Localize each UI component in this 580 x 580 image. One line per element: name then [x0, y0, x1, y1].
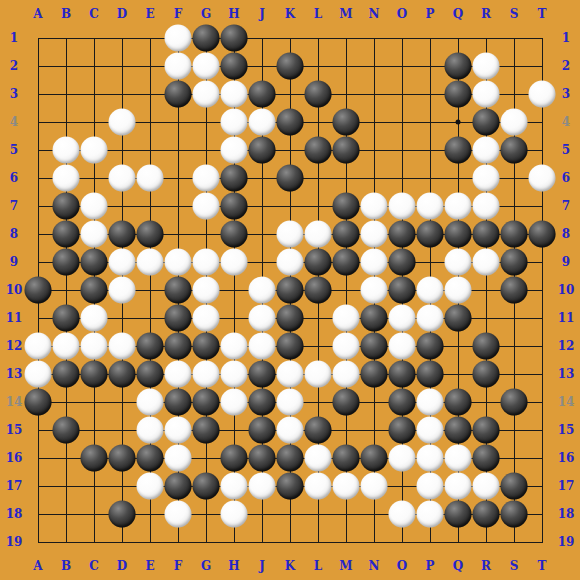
point-N17[interactable]	[360, 472, 388, 500]
point-F13[interactable]	[164, 360, 192, 388]
point-E5[interactable]	[136, 136, 164, 164]
point-B16[interactable]	[52, 444, 80, 472]
point-C7[interactable]	[80, 192, 108, 220]
point-T15[interactable]	[528, 416, 556, 444]
point-K18[interactable]	[276, 500, 304, 528]
point-H2[interactable]	[220, 52, 248, 80]
point-K8[interactable]	[276, 220, 304, 248]
point-N2[interactable]	[360, 52, 388, 80]
point-A4[interactable]	[24, 108, 52, 136]
point-N11[interactable]	[360, 304, 388, 332]
point-O19[interactable]	[388, 528, 416, 556]
point-K11[interactable]	[276, 304, 304, 332]
point-T17[interactable]	[528, 472, 556, 500]
point-C4[interactable]	[80, 108, 108, 136]
point-C11[interactable]	[80, 304, 108, 332]
point-K2[interactable]	[276, 52, 304, 80]
point-T14[interactable]	[528, 388, 556, 416]
point-G14[interactable]	[192, 388, 220, 416]
point-P9[interactable]	[416, 248, 444, 276]
point-M12[interactable]	[332, 332, 360, 360]
point-P7[interactable]	[416, 192, 444, 220]
point-C6[interactable]	[80, 164, 108, 192]
point-M2[interactable]	[332, 52, 360, 80]
point-C12[interactable]	[80, 332, 108, 360]
point-E3[interactable]	[136, 80, 164, 108]
point-T13[interactable]	[528, 360, 556, 388]
point-L10[interactable]	[304, 276, 332, 304]
point-H3[interactable]	[220, 80, 248, 108]
point-C5[interactable]	[80, 136, 108, 164]
point-O8[interactable]	[388, 220, 416, 248]
point-E10[interactable]	[136, 276, 164, 304]
point-N19[interactable]	[360, 528, 388, 556]
point-M16[interactable]	[332, 444, 360, 472]
point-S18[interactable]	[500, 500, 528, 528]
point-S12[interactable]	[500, 332, 528, 360]
point-J16[interactable]	[248, 444, 276, 472]
point-D2[interactable]	[108, 52, 136, 80]
point-S7[interactable]	[500, 192, 528, 220]
point-E6[interactable]	[136, 164, 164, 192]
point-J5[interactable]	[248, 136, 276, 164]
point-D12[interactable]	[108, 332, 136, 360]
point-O9[interactable]	[388, 248, 416, 276]
point-J1[interactable]	[248, 24, 276, 52]
point-A15[interactable]	[24, 416, 52, 444]
point-R12[interactable]	[472, 332, 500, 360]
point-G15[interactable]	[192, 416, 220, 444]
point-K7[interactable]	[276, 192, 304, 220]
point-H17[interactable]	[220, 472, 248, 500]
point-L16[interactable]	[304, 444, 332, 472]
point-O15[interactable]	[388, 416, 416, 444]
point-B2[interactable]	[52, 52, 80, 80]
point-E15[interactable]	[136, 416, 164, 444]
point-D15[interactable]	[108, 416, 136, 444]
point-H5[interactable]	[220, 136, 248, 164]
point-F2[interactable]	[164, 52, 192, 80]
point-M1[interactable]	[332, 24, 360, 52]
point-F18[interactable]	[164, 500, 192, 528]
point-Q7[interactable]	[444, 192, 472, 220]
point-S17[interactable]	[500, 472, 528, 500]
point-K19[interactable]	[276, 528, 304, 556]
point-H13[interactable]	[220, 360, 248, 388]
point-R9[interactable]	[472, 248, 500, 276]
point-O11[interactable]	[388, 304, 416, 332]
point-E7[interactable]	[136, 192, 164, 220]
point-H9[interactable]	[220, 248, 248, 276]
point-D18[interactable]	[108, 500, 136, 528]
point-C8[interactable]	[80, 220, 108, 248]
point-O17[interactable]	[388, 472, 416, 500]
point-K1[interactable]	[276, 24, 304, 52]
point-B6[interactable]	[52, 164, 80, 192]
point-O6[interactable]	[388, 164, 416, 192]
point-G4[interactable]	[192, 108, 220, 136]
point-Q5[interactable]	[444, 136, 472, 164]
point-H14[interactable]	[220, 388, 248, 416]
point-J12[interactable]	[248, 332, 276, 360]
point-T9[interactable]	[528, 248, 556, 276]
point-C19[interactable]	[80, 528, 108, 556]
point-J8[interactable]	[248, 220, 276, 248]
point-A10[interactable]	[24, 276, 52, 304]
point-L2[interactable]	[304, 52, 332, 80]
point-B5[interactable]	[52, 136, 80, 164]
point-L19[interactable]	[304, 528, 332, 556]
point-G17[interactable]	[192, 472, 220, 500]
point-P3[interactable]	[416, 80, 444, 108]
point-B3[interactable]	[52, 80, 80, 108]
point-K12[interactable]	[276, 332, 304, 360]
point-A12[interactable]	[24, 332, 52, 360]
point-C9[interactable]	[80, 248, 108, 276]
point-M9[interactable]	[332, 248, 360, 276]
point-G11[interactable]	[192, 304, 220, 332]
point-H11[interactable]	[220, 304, 248, 332]
point-M15[interactable]	[332, 416, 360, 444]
point-C13[interactable]	[80, 360, 108, 388]
point-L7[interactable]	[304, 192, 332, 220]
point-E11[interactable]	[136, 304, 164, 332]
point-L3[interactable]	[304, 80, 332, 108]
point-K5[interactable]	[276, 136, 304, 164]
point-C14[interactable]	[80, 388, 108, 416]
point-K16[interactable]	[276, 444, 304, 472]
point-Q18[interactable]	[444, 500, 472, 528]
point-Q11[interactable]	[444, 304, 472, 332]
point-T6[interactable]	[528, 164, 556, 192]
point-H12[interactable]	[220, 332, 248, 360]
point-L4[interactable]	[304, 108, 332, 136]
point-E14[interactable]	[136, 388, 164, 416]
point-C3[interactable]	[80, 80, 108, 108]
point-H18[interactable]	[220, 500, 248, 528]
point-T7[interactable]	[528, 192, 556, 220]
point-R17[interactable]	[472, 472, 500, 500]
point-M10[interactable]	[332, 276, 360, 304]
point-S5[interactable]	[500, 136, 528, 164]
point-S3[interactable]	[500, 80, 528, 108]
point-N7[interactable]	[360, 192, 388, 220]
point-B13[interactable]	[52, 360, 80, 388]
point-N3[interactable]	[360, 80, 388, 108]
point-G8[interactable]	[192, 220, 220, 248]
point-N9[interactable]	[360, 248, 388, 276]
point-K10[interactable]	[276, 276, 304, 304]
point-Q19[interactable]	[444, 528, 472, 556]
point-E18[interactable]	[136, 500, 164, 528]
point-D1[interactable]	[108, 24, 136, 52]
point-D9[interactable]	[108, 248, 136, 276]
point-N8[interactable]	[360, 220, 388, 248]
point-P13[interactable]	[416, 360, 444, 388]
point-H15[interactable]	[220, 416, 248, 444]
point-A6[interactable]	[24, 164, 52, 192]
point-D16[interactable]	[108, 444, 136, 472]
point-B9[interactable]	[52, 248, 80, 276]
point-M4[interactable]	[332, 108, 360, 136]
point-P4[interactable]	[416, 108, 444, 136]
point-D10[interactable]	[108, 276, 136, 304]
point-A5[interactable]	[24, 136, 52, 164]
point-P15[interactable]	[416, 416, 444, 444]
point-T3[interactable]	[528, 80, 556, 108]
point-E9[interactable]	[136, 248, 164, 276]
point-L12[interactable]	[304, 332, 332, 360]
point-F17[interactable]	[164, 472, 192, 500]
point-S2[interactable]	[500, 52, 528, 80]
point-E17[interactable]	[136, 472, 164, 500]
point-Q14[interactable]	[444, 388, 472, 416]
point-K15[interactable]	[276, 416, 304, 444]
point-L5[interactable]	[304, 136, 332, 164]
point-N5[interactable]	[360, 136, 388, 164]
point-J13[interactable]	[248, 360, 276, 388]
point-Q6[interactable]	[444, 164, 472, 192]
point-G19[interactable]	[192, 528, 220, 556]
point-R19[interactable]	[472, 528, 500, 556]
point-J6[interactable]	[248, 164, 276, 192]
point-M11[interactable]	[332, 304, 360, 332]
point-T10[interactable]	[528, 276, 556, 304]
point-K6[interactable]	[276, 164, 304, 192]
point-M14[interactable]	[332, 388, 360, 416]
point-M17[interactable]	[332, 472, 360, 500]
point-F19[interactable]	[164, 528, 192, 556]
point-G12[interactable]	[192, 332, 220, 360]
point-E8[interactable]	[136, 220, 164, 248]
point-O14[interactable]	[388, 388, 416, 416]
point-H10[interactable]	[220, 276, 248, 304]
point-P8[interactable]	[416, 220, 444, 248]
point-C2[interactable]	[80, 52, 108, 80]
point-D19[interactable]	[108, 528, 136, 556]
point-K4[interactable]	[276, 108, 304, 136]
point-F3[interactable]	[164, 80, 192, 108]
point-S14[interactable]	[500, 388, 528, 416]
point-Q8[interactable]	[444, 220, 472, 248]
point-G16[interactable]	[192, 444, 220, 472]
point-C18[interactable]	[80, 500, 108, 528]
point-P14[interactable]	[416, 388, 444, 416]
point-N4[interactable]	[360, 108, 388, 136]
point-G9[interactable]	[192, 248, 220, 276]
point-H1[interactable]	[220, 24, 248, 52]
point-H16[interactable]	[220, 444, 248, 472]
point-F11[interactable]	[164, 304, 192, 332]
point-Q3[interactable]	[444, 80, 472, 108]
point-K9[interactable]	[276, 248, 304, 276]
point-P12[interactable]	[416, 332, 444, 360]
point-S8[interactable]	[500, 220, 528, 248]
point-E12[interactable]	[136, 332, 164, 360]
point-K14[interactable]	[276, 388, 304, 416]
point-R15[interactable]	[472, 416, 500, 444]
point-J11[interactable]	[248, 304, 276, 332]
point-L8[interactable]	[304, 220, 332, 248]
point-T19[interactable]	[528, 528, 556, 556]
point-Q4[interactable]	[444, 108, 472, 136]
point-Q17[interactable]	[444, 472, 472, 500]
point-P11[interactable]	[416, 304, 444, 332]
point-N10[interactable]	[360, 276, 388, 304]
point-R13[interactable]	[472, 360, 500, 388]
point-A18[interactable]	[24, 500, 52, 528]
point-J4[interactable]	[248, 108, 276, 136]
point-F12[interactable]	[164, 332, 192, 360]
point-B10[interactable]	[52, 276, 80, 304]
point-J10[interactable]	[248, 276, 276, 304]
point-J2[interactable]	[248, 52, 276, 80]
point-R2[interactable]	[472, 52, 500, 80]
point-H4[interactable]	[220, 108, 248, 136]
point-F15[interactable]	[164, 416, 192, 444]
point-S10[interactable]	[500, 276, 528, 304]
point-R14[interactable]	[472, 388, 500, 416]
point-Q9[interactable]	[444, 248, 472, 276]
point-T1[interactable]	[528, 24, 556, 52]
point-F8[interactable]	[164, 220, 192, 248]
point-G1[interactable]	[192, 24, 220, 52]
point-L15[interactable]	[304, 416, 332, 444]
point-A7[interactable]	[24, 192, 52, 220]
point-E13[interactable]	[136, 360, 164, 388]
point-A11[interactable]	[24, 304, 52, 332]
point-D17[interactable]	[108, 472, 136, 500]
point-A17[interactable]	[24, 472, 52, 500]
point-L17[interactable]	[304, 472, 332, 500]
point-O16[interactable]	[388, 444, 416, 472]
point-P5[interactable]	[416, 136, 444, 164]
point-B4[interactable]	[52, 108, 80, 136]
point-B18[interactable]	[52, 500, 80, 528]
point-M7[interactable]	[332, 192, 360, 220]
point-P6[interactable]	[416, 164, 444, 192]
point-A3[interactable]	[24, 80, 52, 108]
point-D13[interactable]	[108, 360, 136, 388]
point-F10[interactable]	[164, 276, 192, 304]
point-F14[interactable]	[164, 388, 192, 416]
point-G7[interactable]	[192, 192, 220, 220]
point-R10[interactable]	[472, 276, 500, 304]
point-R7[interactable]	[472, 192, 500, 220]
point-K17[interactable]	[276, 472, 304, 500]
point-H7[interactable]	[220, 192, 248, 220]
point-F6[interactable]	[164, 164, 192, 192]
point-S11[interactable]	[500, 304, 528, 332]
point-F7[interactable]	[164, 192, 192, 220]
point-B11[interactable]	[52, 304, 80, 332]
point-T16[interactable]	[528, 444, 556, 472]
point-S4[interactable]	[500, 108, 528, 136]
point-B8[interactable]	[52, 220, 80, 248]
point-D3[interactable]	[108, 80, 136, 108]
point-P17[interactable]	[416, 472, 444, 500]
point-J15[interactable]	[248, 416, 276, 444]
point-C16[interactable]	[80, 444, 108, 472]
point-J3[interactable]	[248, 80, 276, 108]
point-S1[interactable]	[500, 24, 528, 52]
point-O13[interactable]	[388, 360, 416, 388]
point-H6[interactable]	[220, 164, 248, 192]
point-B19[interactable]	[52, 528, 80, 556]
point-D5[interactable]	[108, 136, 136, 164]
point-T2[interactable]	[528, 52, 556, 80]
point-P16[interactable]	[416, 444, 444, 472]
point-F9[interactable]	[164, 248, 192, 276]
point-E2[interactable]	[136, 52, 164, 80]
point-L11[interactable]	[304, 304, 332, 332]
point-Q1[interactable]	[444, 24, 472, 52]
point-A9[interactable]	[24, 248, 52, 276]
point-C1[interactable]	[80, 24, 108, 52]
point-O5[interactable]	[388, 136, 416, 164]
point-F5[interactable]	[164, 136, 192, 164]
point-O10[interactable]	[388, 276, 416, 304]
point-G6[interactable]	[192, 164, 220, 192]
point-D4[interactable]	[108, 108, 136, 136]
point-O12[interactable]	[388, 332, 416, 360]
point-M5[interactable]	[332, 136, 360, 164]
point-L14[interactable]	[304, 388, 332, 416]
point-G5[interactable]	[192, 136, 220, 164]
point-S13[interactable]	[500, 360, 528, 388]
point-N12[interactable]	[360, 332, 388, 360]
point-M19[interactable]	[332, 528, 360, 556]
point-R16[interactable]	[472, 444, 500, 472]
point-M13[interactable]	[332, 360, 360, 388]
point-P10[interactable]	[416, 276, 444, 304]
point-O1[interactable]	[388, 24, 416, 52]
point-P19[interactable]	[416, 528, 444, 556]
point-T12[interactable]	[528, 332, 556, 360]
point-J14[interactable]	[248, 388, 276, 416]
point-L13[interactable]	[304, 360, 332, 388]
point-A14[interactable]	[24, 388, 52, 416]
point-M8[interactable]	[332, 220, 360, 248]
point-H19[interactable]	[220, 528, 248, 556]
point-D11[interactable]	[108, 304, 136, 332]
point-N6[interactable]	[360, 164, 388, 192]
point-B12[interactable]	[52, 332, 80, 360]
point-R11[interactable]	[472, 304, 500, 332]
point-N1[interactable]	[360, 24, 388, 52]
point-D14[interactable]	[108, 388, 136, 416]
point-J19[interactable]	[248, 528, 276, 556]
point-A13[interactable]	[24, 360, 52, 388]
point-J18[interactable]	[248, 500, 276, 528]
point-T18[interactable]	[528, 500, 556, 528]
point-A2[interactable]	[24, 52, 52, 80]
point-Q10[interactable]	[444, 276, 472, 304]
point-S19[interactable]	[500, 528, 528, 556]
point-N16[interactable]	[360, 444, 388, 472]
point-F4[interactable]	[164, 108, 192, 136]
point-L6[interactable]	[304, 164, 332, 192]
point-K3[interactable]	[276, 80, 304, 108]
point-P1[interactable]	[416, 24, 444, 52]
point-M18[interactable]	[332, 500, 360, 528]
point-A8[interactable]	[24, 220, 52, 248]
point-C10[interactable]	[80, 276, 108, 304]
point-G2[interactable]	[192, 52, 220, 80]
point-B17[interactable]	[52, 472, 80, 500]
point-S6[interactable]	[500, 164, 528, 192]
point-O2[interactable]	[388, 52, 416, 80]
